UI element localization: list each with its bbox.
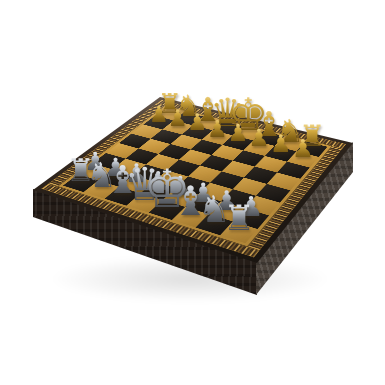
chess-board [33,97,353,263]
chess-set-photo: ♜♞♝♛♚♝♞♜♟♟♟♟♟♟♟♟♟♟♟♟♟♟♟♟♜♞♝♛♚♝♞♜ [0,0,385,385]
